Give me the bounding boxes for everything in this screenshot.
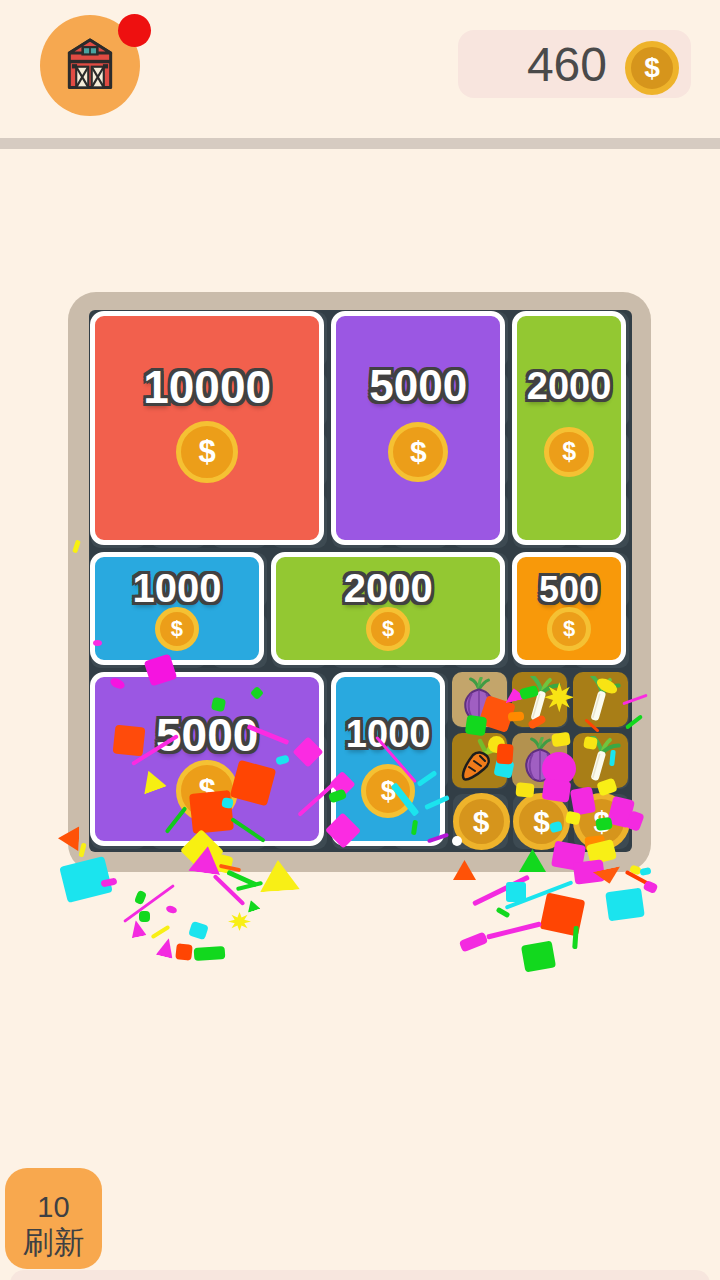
confetti-particle (236, 881, 263, 891)
confetti-particle (175, 943, 193, 961)
confetti-particle (188, 921, 209, 941)
confetti-particle (505, 880, 574, 910)
tile-leek[interactable] (512, 672, 567, 727)
card-value: 10000 (95, 360, 319, 414)
confetti-particle (472, 875, 530, 907)
card-coin-icon: $ (544, 427, 594, 477)
confetti-particle (605, 888, 645, 922)
notification-dot (118, 14, 151, 47)
barn-icon (59, 32, 121, 98)
farm-shop-button[interactable] (40, 15, 140, 116)
tile-carrot[interactable] (452, 733, 507, 788)
card-value: 2000 (517, 365, 621, 408)
card-value: 5000 (336, 361, 500, 411)
confetti-particle (643, 880, 659, 894)
confetti-particle (165, 904, 178, 914)
card-coin-icon: $ (388, 422, 448, 482)
card-value: 1000 (95, 566, 259, 611)
confetti-particle (226, 870, 257, 888)
card-coin-icon: $ (361, 764, 415, 818)
cash-card-500[interactable]: 500$ (512, 552, 626, 665)
tile-onion[interactable] (452, 672, 507, 727)
refresh-count: 10 (11, 1190, 96, 1224)
coin-icon: $ (625, 41, 679, 95)
confetti-particle (123, 884, 175, 923)
confetti-particle (521, 941, 556, 973)
confetti-particle (459, 931, 489, 952)
confetti-particle (572, 926, 579, 949)
refresh-label: 刷新 (11, 1224, 96, 1262)
tile-leek[interactable] (573, 733, 628, 788)
confetti-particle (156, 936, 177, 959)
confetti-particle (139, 911, 150, 922)
card-coin-icon: $ (366, 607, 410, 651)
confetti-particle (486, 921, 542, 939)
coin-counter: 460 $ (458, 30, 691, 98)
tile-leek[interactable] (573, 672, 628, 727)
card-value: 5000 (95, 708, 319, 762)
card-coin-icon: $ (547, 607, 591, 651)
card-value: 1000 (336, 713, 440, 756)
cash-card-1000[interactable]: 1000$ (90, 552, 264, 665)
reward-coin[interactable]: $ (513, 793, 570, 850)
coin-count: 460 (527, 37, 607, 92)
cash-card-1000[interactable]: 1000$ (331, 672, 445, 846)
card-value: 2000 (276, 566, 500, 611)
confetti-particle (213, 874, 246, 906)
confetti-particle (506, 882, 526, 902)
cash-card-5000[interactable]: 5000$ (90, 672, 324, 846)
card-coin-icon: $ (176, 760, 238, 822)
top-divider (0, 138, 720, 149)
confetti-particle (194, 946, 226, 961)
confetti-particle (228, 912, 251, 931)
confetti-particle (134, 890, 147, 905)
reward-coin[interactable]: $ (453, 793, 510, 850)
cash-card-5000[interactable]: 5000$ (331, 311, 505, 545)
game-screen: 460 $ 10000$5000$2000$1000$2000$500$5000… (0, 0, 720, 1280)
confetti-particle (245, 898, 261, 912)
cash-card-2000[interactable]: 2000$ (271, 552, 505, 665)
confetti-particle (128, 919, 146, 939)
sun-sticker-icon (544, 682, 574, 712)
bottom-panel-edge (10, 1270, 710, 1280)
tile-onion[interactable] (512, 733, 567, 788)
confetti-particle (496, 907, 511, 918)
cash-card-10000[interactable]: 10000$ (90, 311, 324, 545)
card-coin-icon: $ (155, 607, 199, 651)
cash-card-2000[interactable]: 2000$ (512, 311, 626, 545)
refresh-button[interactable]: 10 刷新 (5, 1168, 102, 1269)
game-board: 10000$5000$2000$1000$2000$500$5000$1000$… (68, 292, 651, 872)
confetti-particle (639, 867, 651, 876)
confetti-particle (100, 877, 117, 887)
card-value: 500 (517, 569, 621, 611)
confetti-particle (540, 892, 586, 936)
card-coin-icon: $ (176, 421, 238, 483)
board-grid: 10000$5000$2000$1000$2000$500$5000$1000$… (89, 310, 632, 852)
confetti-particle (151, 925, 171, 940)
confetti-particle (625, 870, 651, 886)
